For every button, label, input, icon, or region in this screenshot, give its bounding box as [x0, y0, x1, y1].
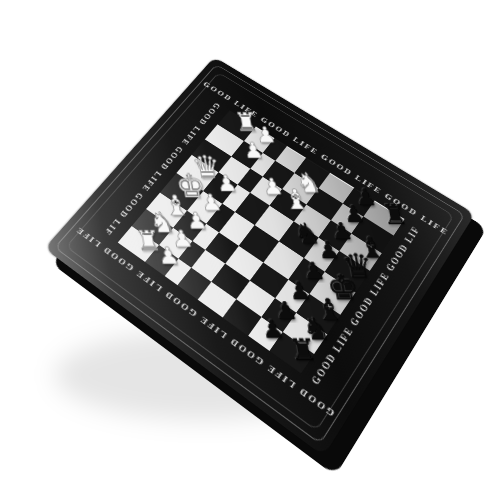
black-rook: ♜ [288, 335, 319, 364]
white-bishop: ♝ [281, 186, 311, 214]
black-pawn: ♟ [260, 318, 286, 343]
checkerboard: ♜♞♝♚♛♜♟♟♟♟♟♟♟♟♝♞♞♟♟♟♟♟♟♟♟♜♞♝♚♛♝♜ [118, 111, 404, 374]
chess-set-photo: GOOD LIFE GOOD LIFE GOOD LIFE GOOD LIFE … [0, 0, 500, 500]
white-pawn: ♟ [156, 245, 181, 269]
black-rook: ♜ [381, 201, 410, 228]
white-pawn: ♟ [242, 140, 266, 162]
